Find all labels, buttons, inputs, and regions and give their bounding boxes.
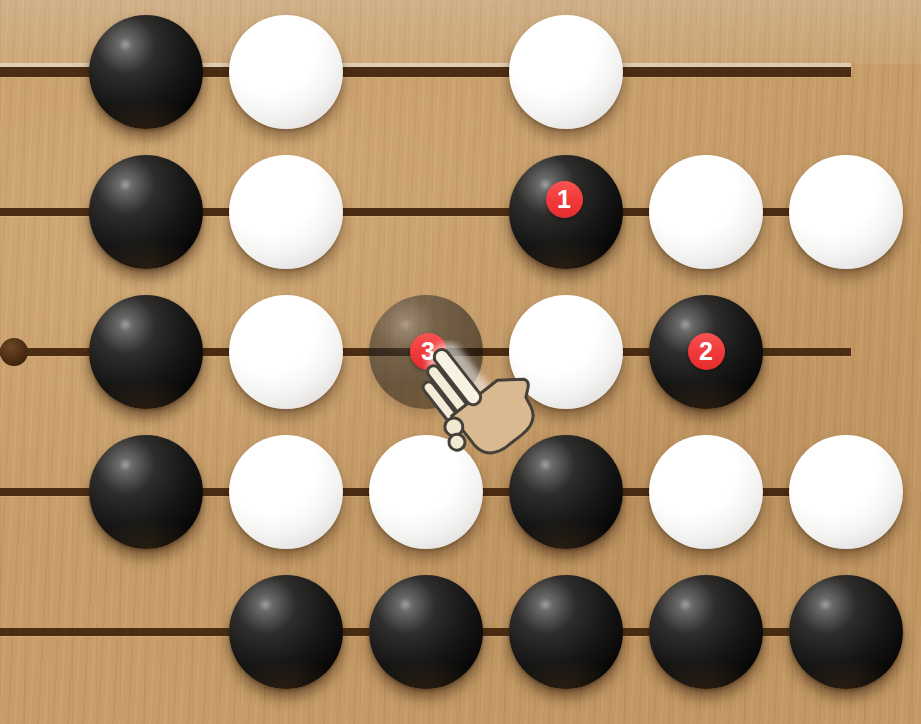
- black-stone: [89, 155, 203, 269]
- move-number-badge-1: 1: [546, 181, 583, 218]
- move-number-badge-2: 2: [688, 333, 725, 370]
- black-stone: [369, 575, 483, 689]
- white-stone: [229, 15, 343, 129]
- white-stone: [229, 295, 343, 409]
- black-stone: [229, 575, 343, 689]
- white-stone: [649, 435, 763, 549]
- white-stone: [789, 435, 903, 549]
- pointing-hand-cursor: [372, 340, 542, 510]
- black-stone: [649, 575, 763, 689]
- go-board[interactable]: 123: [0, 0, 921, 724]
- black-stone: [509, 575, 623, 689]
- white-stone: [229, 155, 343, 269]
- white-stone: [509, 15, 623, 129]
- white-stone: [229, 435, 343, 549]
- black-stone: [89, 15, 203, 129]
- black-stone: [789, 575, 903, 689]
- black-stone: [89, 435, 203, 549]
- white-stone: [789, 155, 903, 269]
- white-stone: [649, 155, 763, 269]
- black-stone: [89, 295, 203, 409]
- star-point: [0, 338, 28, 366]
